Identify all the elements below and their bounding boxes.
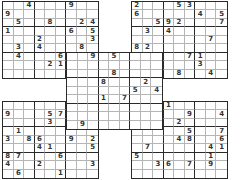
cell-bottom_left-r2c1[interactable]: 9 <box>3 110 14 118</box>
cell-center-r8c8[interactable] <box>141 112 152 120</box>
cell-top_right-r3c5[interactable]: 2 <box>174 19 185 27</box>
cell-top_right-r4c3[interactable] <box>153 27 164 35</box>
cell-center-r7c4[interactable] <box>99 104 110 112</box>
cell-bottom_right-r6c3[interactable] <box>153 144 164 152</box>
cell-center-r9c8[interactable] <box>141 121 152 129</box>
cell-center-r3c9[interactable] <box>151 70 162 78</box>
cell-top_right-r6c5[interactable] <box>174 44 185 52</box>
cell-top_left-r7c3[interactable] <box>24 53 35 61</box>
cell-center-r5c2[interactable] <box>78 87 89 95</box>
cell-bottom_left-r3c1[interactable] <box>3 119 14 127</box>
cell-bottom_right-r9c9[interactable] <box>216 170 227 178</box>
cell-center-r4c8[interactable]: 2 <box>141 78 152 86</box>
cell-center-r3c6[interactable] <box>120 70 131 78</box>
cell-bottom_left-r7c2[interactable]: 7 <box>14 153 25 161</box>
cell-top_left-r6c3[interactable] <box>24 44 35 52</box>
cell-center-r7c3[interactable] <box>88 104 99 112</box>
cell-top_right-r2c6[interactable] <box>185 10 196 18</box>
cell-bottom_left-r5c3[interactable]: 8 <box>24 136 35 144</box>
cell-center-r1c1[interactable] <box>67 53 78 61</box>
cell-center-r8c7[interactable] <box>130 112 141 120</box>
cell-center-r6c8[interactable] <box>141 95 152 103</box>
cell-bottom_left-r8c1[interactable]: 4 <box>3 161 14 169</box>
cell-top_left-r8c3[interactable] <box>24 61 35 69</box>
cell-bottom_right-r7c7[interactable] <box>195 153 206 161</box>
cell-center-r2c1[interactable] <box>67 61 78 69</box>
cell-top_left-r7c1[interactable] <box>3 53 14 61</box>
cell-bottom_right-r1c5[interactable] <box>174 102 185 110</box>
cell-top_left-r6c1[interactable] <box>3 44 14 52</box>
cell-top_left-r3c6[interactable] <box>56 19 67 27</box>
grid-center: 9588254179 <box>66 52 163 130</box>
cell-top_right-r4c2[interactable]: 3 <box>143 27 154 35</box>
cell-top_left-r3c5[interactable]: 8 <box>45 19 56 27</box>
cell-top_right-r5c3[interactable] <box>153 36 164 44</box>
cell-top_left-r2c4[interactable] <box>35 10 46 18</box>
cell-center-r7c8[interactable] <box>141 104 152 112</box>
cell-bottom_right-r8c9[interactable] <box>216 161 227 169</box>
cell-top_left-r1c6[interactable] <box>56 2 67 10</box>
cell-center-r9c4[interactable] <box>99 121 110 129</box>
cell-top_left-r2c3[interactable] <box>24 10 35 18</box>
cell-bottom_left-r8c9[interactable]: 3 <box>87 161 98 169</box>
cell-center-r7c5[interactable] <box>109 104 120 112</box>
cell-center-r9c1[interactable] <box>67 121 78 129</box>
cell-top_left-r9c3[interactable] <box>24 70 35 78</box>
cell-top_right-r1c3[interactable] <box>153 2 164 10</box>
cell-top_right-r3c9[interactable]: 7 <box>216 19 227 27</box>
cell-bottom_right-r8c8[interactable]: 9 <box>206 161 217 169</box>
cell-top_left-r9c4[interactable] <box>35 70 46 78</box>
cell-center-r4c3[interactable] <box>88 78 99 86</box>
cell-top_right-r5c4[interactable] <box>164 36 175 44</box>
cell-top_left-r4c7[interactable]: 6 <box>66 27 77 35</box>
cell-top_right-r1c4[interactable] <box>164 2 175 10</box>
cell-center-r9c5[interactable] <box>109 121 120 129</box>
cell-top_left-r8c1[interactable] <box>3 61 14 69</box>
cell-center-r3c1[interactable] <box>67 70 78 78</box>
cell-bottom_right-r7c1[interactable]: 5 <box>132 153 143 161</box>
cell-center-r3c2[interactable] <box>78 70 89 78</box>
cell-bottom_left-r9c1[interactable] <box>3 170 14 178</box>
cell-center-r5c3[interactable] <box>88 87 99 95</box>
cell-bottom_left-r6c7[interactable] <box>66 144 77 152</box>
cell-bottom_right-r8c5[interactable] <box>174 161 185 169</box>
cell-bottom_left-r7c5[interactable] <box>45 153 56 161</box>
cell-bottom_right-r8c1[interactable] <box>132 161 143 169</box>
cell-center-r5c5[interactable] <box>109 87 120 95</box>
cell-top_right-r7c6[interactable]: 7 <box>185 53 196 61</box>
cell-bottom_left-r8c4[interactable]: 2 <box>35 161 46 169</box>
cell-top_right-r9c9[interactable] <box>216 70 227 78</box>
cell-top_left-r5c7[interactable] <box>66 36 77 44</box>
cell-bottom_left-r7c3[interactable] <box>24 153 35 161</box>
cell-bottom_right-r9c1[interactable] <box>132 170 143 178</box>
cell-bottom_right-r6c6[interactable] <box>185 144 196 152</box>
cell-top_left-r1c5[interactable] <box>45 2 56 10</box>
cell-top_left-r1c2[interactable] <box>14 2 25 10</box>
cell-center-r6c9[interactable] <box>151 95 162 103</box>
cell-bottom_right-r9c6[interactable] <box>185 170 196 178</box>
cell-bottom_left-r9c2[interactable]: 6 <box>14 170 25 178</box>
cell-top_right-r7c8[interactable] <box>206 53 217 61</box>
cell-bottom_right-r5c7[interactable] <box>195 136 206 144</box>
cell-top_left-r1c4[interactable] <box>35 2 46 10</box>
cell-bottom_left-r6c4[interactable]: 4 <box>35 144 46 152</box>
cell-bottom_left-r4c5[interactable] <box>45 127 56 135</box>
cell-top_left-r5c6[interactable] <box>56 36 67 44</box>
cell-top_right-r3c7[interactable] <box>195 19 206 27</box>
cell-top_right-r5c6[interactable] <box>185 36 196 44</box>
cell-bottom_right-r5c3[interactable] <box>153 136 164 144</box>
cell-center-r9c6[interactable] <box>120 121 131 129</box>
cell-top_right-r9c6[interactable] <box>185 70 196 78</box>
cell-center-r1c2[interactable] <box>78 53 89 61</box>
cell-bottom_left-r8c8[interactable] <box>77 161 88 169</box>
cell-bottom_left-r2c6[interactable]: 7 <box>56 110 67 118</box>
cell-top_right-r4c1[interactable] <box>132 27 143 35</box>
cell-center-r5c7[interactable]: 5 <box>130 87 141 95</box>
cell-bottom_right-r8c4[interactable]: 6 <box>164 161 175 169</box>
cell-center-r2c7[interactable] <box>130 61 141 69</box>
cell-bottom_left-r7c7[interactable] <box>66 153 77 161</box>
cell-top_left-r8c6[interactable]: 1 <box>56 61 67 69</box>
cell-bottom_right-r7c2[interactable] <box>143 153 154 161</box>
cell-center-r9c2[interactable]: 9 <box>78 121 89 129</box>
cell-top_right-r9c8[interactable]: 4 <box>206 70 217 78</box>
cell-center-r4c4[interactable]: 8 <box>99 78 110 86</box>
cell-top_left-r3c4[interactable] <box>35 19 46 27</box>
cell-top_right-r7c9[interactable] <box>216 53 227 61</box>
cell-center-r1c7[interactable] <box>130 53 141 61</box>
cell-center-r2c4[interactable] <box>99 61 110 69</box>
cell-bottom_left-r3c3[interactable] <box>24 119 35 127</box>
cell-bottom_left-r9c8[interactable] <box>77 170 88 178</box>
cell-center-r5c8[interactable] <box>141 87 152 95</box>
cell-top_right-r8c9[interactable] <box>216 61 227 69</box>
cell-top_right-r7c4[interactable] <box>164 53 175 61</box>
cell-bottom_right-r6c5[interactable] <box>174 144 185 152</box>
cell-center-r1c6[interactable] <box>120 53 131 61</box>
cell-bottom_right-r8c2[interactable] <box>143 161 154 169</box>
cell-bottom_right-r8c3[interactable]: 3 <box>153 161 164 169</box>
cell-top_right-r5c8[interactable]: 7 <box>206 36 217 44</box>
cell-bottom_right-r5c1[interactable] <box>132 136 143 144</box>
cell-center-r6c3[interactable] <box>88 95 99 103</box>
cell-top_left-r4c6[interactable] <box>56 27 67 35</box>
cell-bottom_left-r5c1[interactable]: 3 <box>3 136 14 144</box>
cell-bottom_left-r6c3[interactable] <box>24 144 35 152</box>
cell-center-r7c2[interactable] <box>78 104 89 112</box>
cell-top_left-r5c3[interactable] <box>24 36 35 44</box>
cell-bottom_right-r1c7[interactable] <box>195 102 206 110</box>
cell-top_left-r1c3[interactable]: 4 <box>24 2 35 10</box>
cell-top_right-r9c4[interactable] <box>164 70 175 78</box>
cell-bottom_right-r6c9[interactable]: 1 <box>216 144 227 152</box>
cell-center-r9c3[interactable] <box>88 121 99 129</box>
cell-top_left-r2c7[interactable] <box>66 10 77 18</box>
cell-bottom_right-r4c7[interactable] <box>195 127 206 135</box>
cell-bottom_right-r4c8[interactable] <box>206 127 217 135</box>
cell-center-r4c2[interactable] <box>78 78 89 86</box>
cell-center-r4c1[interactable] <box>67 78 78 86</box>
cell-bottom_right-r5c4[interactable] <box>164 136 175 144</box>
cell-top_left-r3c2[interactable]: 5 <box>14 19 25 27</box>
cell-bottom_right-r8c6[interactable]: 7 <box>185 161 196 169</box>
cell-top_left-r9c6[interactable] <box>56 70 67 78</box>
cell-center-r2c9[interactable] <box>151 61 162 69</box>
cell-bottom_left-r1c2[interactable] <box>14 102 25 110</box>
cell-bottom_left-r2c4[interactable] <box>35 110 46 118</box>
cell-top_right-r6c9[interactable] <box>216 44 227 52</box>
cell-top_left-r4c8[interactable] <box>77 27 88 35</box>
cell-bottom_left-r6c9[interactable]: 5 <box>87 144 98 152</box>
cell-bottom_left-r7c8[interactable] <box>77 153 88 161</box>
cell-bottom_right-r9c7[interactable] <box>195 170 206 178</box>
cell-top_left-r8c2[interactable] <box>14 61 25 69</box>
cell-top_right-r1c8[interactable] <box>206 2 217 10</box>
cell-top_right-r3c6[interactable] <box>185 19 196 27</box>
cell-center-r7c6[interactable] <box>120 104 131 112</box>
cell-top_left-r5c5[interactable] <box>45 36 56 44</box>
cell-top_right-r1c5[interactable]: 5 <box>174 2 185 10</box>
samurai-sudoku-board: 49958241652334846921 2536455927347827138… <box>0 0 240 180</box>
cell-bottom_left-r3c5[interactable]: 3 <box>45 119 56 127</box>
cell-top_right-r9c5[interactable]: 8 <box>174 70 185 78</box>
cell-top_left-r5c1[interactable] <box>3 36 14 44</box>
cell-top_right-r4c9[interactable] <box>216 27 227 35</box>
cell-top_right-r5c5[interactable] <box>174 36 185 44</box>
cell-bottom_left-r3c4[interactable] <box>35 119 46 127</box>
cell-bottom_right-r3c7[interactable] <box>195 119 206 127</box>
cell-bottom_left-r9c7[interactable] <box>66 170 77 178</box>
cell-center-r1c8[interactable] <box>141 53 152 61</box>
cell-top_left-r1c9[interactable] <box>87 2 98 10</box>
cell-center-r9c9[interactable] <box>151 121 162 129</box>
cell-center-r3c7[interactable] <box>130 70 141 78</box>
cell-center-r8c3[interactable] <box>88 112 99 120</box>
cell-top_right-r5c9[interactable] <box>216 36 227 44</box>
cell-center-r3c5[interactable]: 8 <box>109 70 120 78</box>
cell-top_right-r8c6[interactable] <box>185 61 196 69</box>
cell-top_left-r4c2[interactable] <box>14 27 25 35</box>
cell-top_right-r8c7[interactable]: 3 <box>195 61 206 69</box>
cell-bottom_left-r9c9[interactable] <box>87 170 98 178</box>
cell-bottom_right-r1c4[interactable]: 1 <box>164 102 175 110</box>
cell-bottom_left-r2c3[interactable] <box>24 110 35 118</box>
cell-bottom_right-r5c5[interactable]: 4 <box>174 136 185 144</box>
cell-top_left-r5c9[interactable]: 3 <box>87 36 98 44</box>
cell-bottom_right-r4c4[interactable] <box>164 127 175 135</box>
cell-bottom_right-r6c7[interactable] <box>195 144 206 152</box>
cell-bottom_right-r7c5[interactable] <box>174 153 185 161</box>
cell-bottom_left-r4c6[interactable] <box>56 127 67 135</box>
cell-top_left-r9c5[interactable] <box>45 70 56 78</box>
cell-top_right-r3c1[interactable] <box>132 19 143 27</box>
cell-bottom_left-r8c5[interactable] <box>45 161 56 169</box>
cell-center-r8c9[interactable] <box>151 112 162 120</box>
cell-bottom_left-r9c3[interactable] <box>24 170 35 178</box>
cell-center-r4c6[interactable] <box>120 78 131 86</box>
cell-center-r7c7[interactable] <box>130 104 141 112</box>
cell-top_right-r4c7[interactable] <box>195 27 206 35</box>
cell-bottom_right-r2c9[interactable]: 4 <box>216 110 227 118</box>
cell-top_left-r6c5[interactable] <box>45 44 56 52</box>
cell-bottom_right-r2c6[interactable]: 9 <box>185 110 196 118</box>
cell-top_right-r5c7[interactable] <box>195 36 206 44</box>
cell-bottom_left-r7c6[interactable]: 6 <box>56 153 67 161</box>
cell-top_left-r3c3[interactable] <box>24 19 35 27</box>
cell-top_left-r7c4[interactable] <box>35 53 46 61</box>
cell-bottom_right-r3c8[interactable] <box>206 119 217 127</box>
cell-bottom_right-r9c8[interactable] <box>206 170 217 178</box>
cell-bottom_left-r3c6[interactable] <box>56 119 67 127</box>
cell-bottom_left-r2c2[interactable] <box>14 110 25 118</box>
cell-top_left-r2c6[interactable] <box>56 10 67 18</box>
cell-top_left-r1c8[interactable] <box>77 2 88 10</box>
cell-center-r8c6[interactable] <box>120 112 131 120</box>
cell-top_left-r7c2[interactable]: 4 <box>14 53 25 61</box>
cell-center-r2c2[interactable] <box>78 61 89 69</box>
cell-top_left-r3c8[interactable]: 2 <box>77 19 88 27</box>
cell-bottom_left-r4c2[interactable]: 1 <box>14 127 25 135</box>
cell-top_right-r6c8[interactable] <box>206 44 217 52</box>
cell-center-r5c1[interactable] <box>67 87 78 95</box>
cell-top_left-r6c4[interactable]: 4 <box>35 44 46 52</box>
cell-center-r7c1[interactable] <box>67 104 78 112</box>
cell-bottom_right-r9c5[interactable] <box>174 170 185 178</box>
cell-top_left-r8c4[interactable] <box>35 61 46 69</box>
cell-top_right-r8c4[interactable] <box>164 61 175 69</box>
cell-center-r1c9[interactable] <box>151 53 162 61</box>
cell-center-r2c8[interactable] <box>141 61 152 69</box>
cell-top_left-r2c1[interactable]: 9 <box>3 10 14 18</box>
cell-bottom_right-r6c4[interactable] <box>164 144 175 152</box>
cell-top_right-r1c6[interactable]: 3 <box>185 2 196 10</box>
cell-top_right-r3c3[interactable]: 5 <box>153 19 164 27</box>
cell-top_right-r2c8[interactable] <box>206 10 217 18</box>
cell-center-r8c5[interactable] <box>109 112 120 120</box>
cell-bottom_left-r1c4[interactable] <box>35 102 46 110</box>
cell-top_left-r4c3[interactable] <box>24 27 35 35</box>
cell-top_right-r6c4[interactable] <box>164 44 175 52</box>
cell-center-r6c7[interactable] <box>130 95 141 103</box>
cell-center-r6c5[interactable] <box>109 95 120 103</box>
cell-center-r2c6[interactable] <box>120 61 131 69</box>
cell-top_right-r2c1[interactable]: 6 <box>132 10 143 18</box>
cell-bottom_left-r8c7[interactable] <box>66 161 77 169</box>
cell-center-r6c4[interactable]: 1 <box>99 95 110 103</box>
cell-bottom_left-r5c8[interactable] <box>77 136 88 144</box>
cell-top_right-r4c6[interactable] <box>185 27 196 35</box>
cell-bottom_left-r9c5[interactable] <box>45 170 56 178</box>
cell-center-r9c7[interactable] <box>130 121 141 129</box>
cell-top_left-r9c1[interactable] <box>3 70 14 78</box>
cell-bottom_right-r3c4[interactable] <box>164 119 175 127</box>
cell-bottom_left-r8c3[interactable] <box>24 161 35 169</box>
cell-top_left-r4c1[interactable]: 1 <box>3 27 14 35</box>
cell-bottom_right-r6c2[interactable]: 7 <box>143 144 154 152</box>
cell-top_right-r2c7[interactable]: 4 <box>195 10 206 18</box>
cell-top_right-r4c4[interactable]: 4 <box>164 27 175 35</box>
cell-bottom_left-r5c2[interactable] <box>14 136 25 144</box>
cell-center-r5c9[interactable]: 4 <box>151 87 162 95</box>
cell-top_left-r1c7[interactable]: 9 <box>66 2 77 10</box>
cell-bottom_left-r6c8[interactable] <box>77 144 88 152</box>
cell-top_right-r9c7[interactable] <box>195 70 206 78</box>
cell-center-r8c1[interactable] <box>67 112 78 120</box>
cell-center-r1c4[interactable] <box>99 53 110 61</box>
cell-top_right-r2c2[interactable] <box>143 10 154 18</box>
cell-center-r7c9[interactable] <box>151 104 162 112</box>
cell-top_right-r1c2[interactable] <box>143 2 154 10</box>
cell-bottom_right-r7c9[interactable] <box>216 153 227 161</box>
cell-center-r3c3[interactable] <box>88 70 99 78</box>
cell-bottom_left-r5c6[interactable] <box>56 136 67 144</box>
cell-bottom_right-r9c3[interactable] <box>153 170 164 178</box>
cell-center-r1c3[interactable]: 9 <box>88 53 99 61</box>
cell-top_left-r4c5[interactable] <box>45 27 56 35</box>
cell-bottom_left-r9c4[interactable] <box>35 170 46 178</box>
cell-bottom_left-r5c7[interactable]: 9 <box>66 136 77 144</box>
cell-bottom_left-r6c5[interactable]: 1 <box>45 144 56 152</box>
cell-bottom_left-r1c3[interactable] <box>24 102 35 110</box>
cell-bottom_right-r2c4[interactable] <box>164 110 175 118</box>
cell-center-r1c5[interactable]: 5 <box>109 53 120 61</box>
cell-bottom_right-r9c4[interactable] <box>164 170 175 178</box>
cell-bottom_right-r3c5[interactable]: 2 <box>174 119 185 127</box>
cell-bottom_left-r9c6[interactable]: 1 <box>56 170 67 178</box>
cell-bottom_right-r8c7[interactable] <box>195 161 206 169</box>
cell-top_right-r7c5[interactable] <box>174 53 185 61</box>
cell-bottom_right-r9c2[interactable] <box>143 170 154 178</box>
cell-bottom_right-r2c8[interactable] <box>206 110 217 118</box>
cell-bottom_right-r5c6[interactable]: 8 <box>185 136 196 144</box>
cell-top_right-r3c8[interactable] <box>206 19 217 27</box>
cell-top_right-r4c5[interactable] <box>174 27 185 35</box>
cell-center-r6c1[interactable] <box>67 95 78 103</box>
cell-top_left-r9c2[interactable] <box>14 70 25 78</box>
cell-center-r4c5[interactable] <box>109 78 120 86</box>
cell-center-r8c4[interactable] <box>99 112 110 120</box>
cell-center-r6c2[interactable] <box>78 95 89 103</box>
cell-top_left-r8c5[interactable]: 2 <box>45 61 56 69</box>
cell-bottom_right-r2c7[interactable] <box>195 110 206 118</box>
cell-center-r6c6[interactable]: 7 <box>120 95 131 103</box>
cell-bottom_right-r1c8[interactable] <box>206 102 217 110</box>
cell-center-r2c3[interactable] <box>88 61 99 69</box>
